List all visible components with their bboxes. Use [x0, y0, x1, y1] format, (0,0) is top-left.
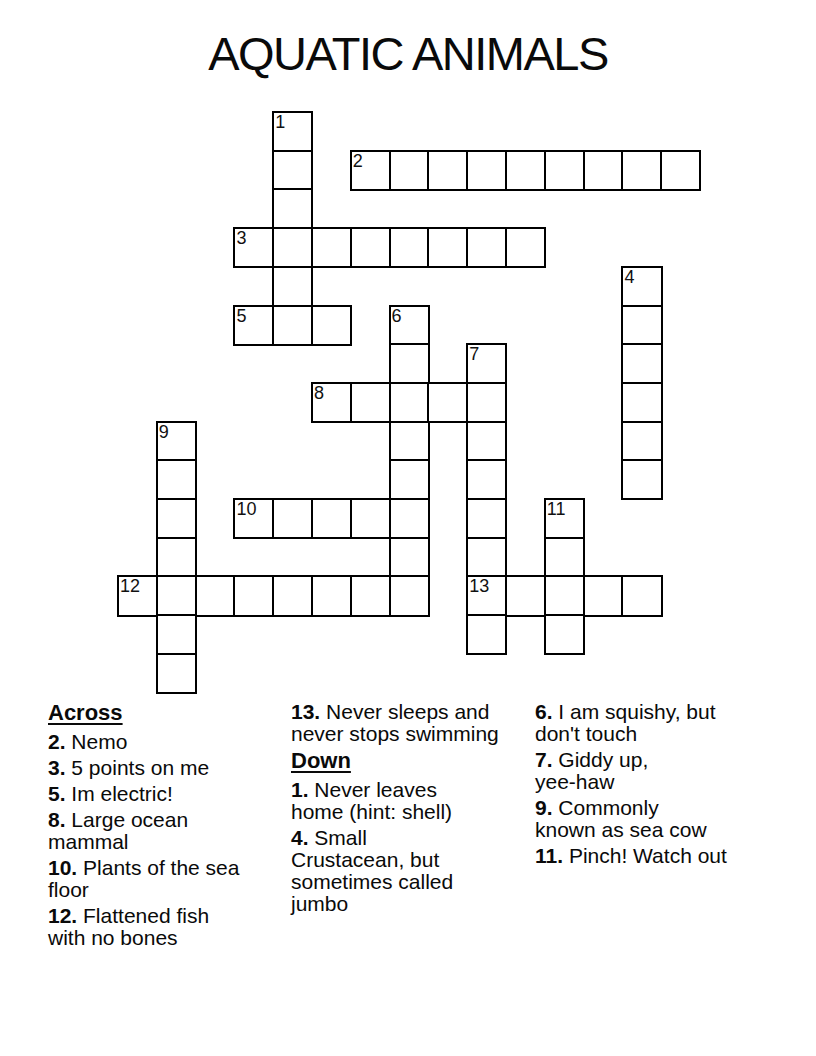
clue-number: 13.: [291, 700, 320, 723]
grid-cell[interactable]: 7: [466, 343, 507, 384]
clue-across-3: 3. 5 points on me: [48, 757, 286, 779]
grid-cell[interactable]: [195, 575, 236, 616]
clue-across-2: 2. Nemo: [48, 731, 286, 753]
grid-cell[interactable]: [621, 575, 662, 616]
grid-cell[interactable]: [621, 305, 662, 346]
grid-cell[interactable]: 6: [389, 305, 430, 346]
clue-number: 12.: [48, 904, 77, 927]
grid-cell[interactable]: [621, 421, 662, 462]
grid-cell[interactable]: [544, 150, 585, 191]
clues-column-left: Across2. Nemo3. 5 points on me5. Im elec…: [48, 701, 286, 953]
cell-number: 4: [624, 267, 634, 287]
grid-cell[interactable]: [427, 382, 468, 423]
clue-down-4: 4. SmallCrustacean, butsometimes calledj…: [291, 827, 531, 915]
grid-cell[interactable]: [621, 459, 662, 500]
clue-down-1: 1. Never leaveshome (hint: shell): [291, 779, 531, 823]
cell-number: 1: [275, 112, 285, 132]
grid-cell[interactable]: [156, 653, 197, 694]
grid-cell[interactable]: [272, 266, 313, 307]
grid-cell[interactable]: [466, 614, 507, 655]
grid-cell[interactable]: [272, 188, 313, 229]
grid-cell[interactable]: [427, 150, 468, 191]
grid-cell[interactable]: [311, 498, 352, 539]
grid-cell[interactable]: [156, 575, 197, 616]
grid-cell[interactable]: [389, 459, 430, 500]
clues-column-right: 6. I am squishy, butdon't touch7. Giddy …: [535, 701, 775, 871]
clue-number: 10.: [48, 856, 77, 879]
grid-cell[interactable]: [156, 459, 197, 500]
grid-cell[interactable]: 3: [233, 227, 274, 268]
grid-cell[interactable]: [389, 343, 430, 384]
grid-cell[interactable]: [466, 537, 507, 578]
grid-cell[interactable]: [505, 150, 546, 191]
clue-across-8: 8. Large oceanmammal: [48, 809, 286, 853]
cell-number: 6: [392, 306, 402, 326]
grid-cell[interactable]: 1: [272, 111, 313, 152]
grid-cell[interactable]: [389, 421, 430, 462]
grid-cell[interactable]: [311, 227, 352, 268]
grid-cell[interactable]: 8: [311, 382, 352, 423]
grid-cell[interactable]: [272, 498, 313, 539]
clue-across-10: 10. Plants of the seafloor: [48, 857, 286, 901]
grid-cell[interactable]: [583, 150, 624, 191]
grid-cell[interactable]: [272, 227, 313, 268]
cell-number: 12: [120, 576, 140, 596]
puzzle-title: AQUATIC ANIMALS: [0, 26, 816, 81]
grid-cell[interactable]: [272, 575, 313, 616]
crossword-grid: 12345678910111213: [117, 111, 702, 692]
grid-cell[interactable]: [389, 537, 430, 578]
grid-cell[interactable]: 9: [156, 421, 197, 462]
cell-number: 13: [469, 576, 489, 596]
grid-cell[interactable]: [350, 498, 391, 539]
grid-cell[interactable]: [660, 150, 701, 191]
grid-cell[interactable]: [621, 343, 662, 384]
cell-number: 9: [159, 422, 169, 442]
grid-cell[interactable]: [466, 227, 507, 268]
grid-cell[interactable]: [427, 227, 468, 268]
grid-cell[interactable]: [350, 575, 391, 616]
grid-cell[interactable]: [466, 459, 507, 500]
grid-cell[interactable]: [544, 575, 585, 616]
clue-number: 8.: [48, 808, 66, 831]
grid-cell[interactable]: [583, 575, 624, 616]
clue-number: 2.: [48, 730, 66, 753]
grid-cell[interactable]: [389, 382, 430, 423]
cell-number: 8: [314, 383, 324, 403]
grid-cell[interactable]: [466, 421, 507, 462]
clue-number: 9.: [535, 796, 553, 819]
grid-cell[interactable]: 13: [466, 575, 507, 616]
clue-number: 3.: [48, 756, 66, 779]
grid-cell[interactable]: [272, 150, 313, 191]
grid-cell[interactable]: 11: [544, 498, 585, 539]
grid-cell[interactable]: [505, 575, 546, 616]
grid-cell[interactable]: 5: [233, 305, 274, 346]
clue-across-13: 13. Never sleeps andnever stops swimming: [291, 701, 531, 745]
grid-cell[interactable]: [272, 305, 313, 346]
clue-number: 11.: [535, 844, 563, 867]
cell-number: 10: [236, 499, 256, 519]
grid-cell[interactable]: [466, 498, 507, 539]
grid-cell[interactable]: [156, 614, 197, 655]
clue-down-9: 9. Commonlyknown as sea cow: [535, 797, 775, 841]
grid-cell[interactable]: 2: [350, 150, 391, 191]
grid-cell[interactable]: [156, 537, 197, 578]
clue-across-5: 5. Im electric!: [48, 783, 286, 805]
cell-number: 3: [236, 228, 246, 248]
clue-number: 4.: [291, 826, 309, 849]
grid-cell[interactable]: [233, 575, 274, 616]
cell-number: 5: [236, 306, 246, 326]
grid-cell[interactable]: [466, 150, 507, 191]
grid-cell[interactable]: [389, 498, 430, 539]
clue-down-6: 6. I am squishy, butdon't touch: [535, 701, 775, 745]
grid-cell[interactable]: 12: [117, 575, 158, 616]
clue-number: 6.: [535, 700, 553, 723]
clue-number: 7.: [535, 748, 553, 771]
grid-cell[interactable]: [621, 382, 662, 423]
grid-cell[interactable]: [350, 227, 391, 268]
clue-number: 5.: [48, 782, 66, 805]
grid-cell[interactable]: [544, 537, 585, 578]
grid-cell[interactable]: [544, 614, 585, 655]
grid-cell[interactable]: [350, 382, 391, 423]
grid-cell[interactable]: [389, 575, 430, 616]
cell-number: 2: [353, 151, 363, 171]
grid-cell[interactable]: [621, 150, 662, 191]
grid-cell[interactable]: [505, 227, 546, 268]
clue-across-12: 12. Flattened fishwith no bones: [48, 905, 286, 949]
cell-number: 11: [547, 499, 566, 519]
grid-cell[interactable]: [311, 575, 352, 616]
clue-number: 1.: [291, 778, 309, 801]
grid-cell[interactable]: [389, 150, 430, 191]
clue-down-11: 11. Pinch! Watch out: [535, 845, 775, 867]
down-header: Down: [291, 749, 531, 773]
across-header: Across: [48, 701, 286, 725]
grid-cell[interactable]: [311, 305, 352, 346]
clues-column-middle: 13. Never sleeps andnever stops swimming…: [291, 701, 531, 919]
grid-cell[interactable]: [156, 498, 197, 539]
cell-number: 7: [469, 344, 479, 364]
grid-cell[interactable]: [389, 227, 430, 268]
grid-cell[interactable]: [466, 382, 507, 423]
grid-cell[interactable]: 4: [621, 266, 662, 307]
grid-cell[interactable]: 10: [233, 498, 274, 539]
clue-down-7: 7. Giddy up,yee-haw: [535, 749, 775, 793]
